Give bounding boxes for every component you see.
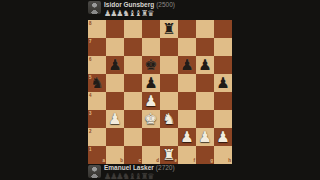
piece-black-knight: ♞: [88, 74, 106, 92]
piece-black-pawn: ♟: [106, 56, 124, 74]
chess-board: 8♜76♟♚♟♟5♞♟♟4♟3♟♚♞2♟♟♟1abcde♜fgh: [88, 20, 232, 164]
square-d4[interactable]: ♟: [142, 92, 160, 110]
piece-black-pawn: ♟: [196, 56, 214, 74]
square-c1[interactable]: c: [124, 146, 142, 164]
square-a5[interactable]: 5♞: [88, 74, 106, 92]
piece-white-pawn: ♟: [178, 128, 196, 146]
captured-white-queen-icon: ♛: [147, 9, 153, 18]
piece-white-rook: ♜: [160, 146, 178, 164]
captured-black-queen-icon: ♛: [147, 172, 153, 180]
file-label-d: d: [156, 158, 159, 163]
square-f5[interactable]: [178, 74, 196, 92]
square-g3[interactable]: [196, 110, 214, 128]
piece-black-pawn: ♟: [214, 74, 232, 92]
player-top: Isidor Gunsberg(2500) ♟♟♟♞♝♝♜♛: [88, 1, 232, 19]
square-b3[interactable]: ♟: [106, 110, 124, 128]
player-top-name: Isidor Gunsberg: [104, 1, 154, 8]
file-label-f: f: [194, 158, 196, 163]
square-b5[interactable]: [106, 74, 124, 92]
square-g2[interactable]: ♟: [196, 128, 214, 146]
square-c8[interactable]: [124, 20, 142, 38]
square-e8[interactable]: ♜: [160, 20, 178, 38]
piece-black-king: ♚: [142, 56, 160, 74]
square-f7[interactable]: [178, 38, 196, 56]
file-label-a: a: [102, 158, 105, 163]
square-b2[interactable]: [106, 128, 124, 146]
square-d5[interactable]: ♟: [142, 74, 160, 92]
piece-white-knight: ♞: [160, 110, 178, 128]
square-g4[interactable]: [196, 92, 214, 110]
square-h2[interactable]: ♟: [214, 128, 232, 146]
square-f1[interactable]: f: [178, 146, 196, 164]
player-top-rating: (2500): [156, 1, 175, 8]
square-g8[interactable]: [196, 20, 214, 38]
square-f8[interactable]: [178, 20, 196, 38]
square-e4[interactable]: [160, 92, 178, 110]
screenshot-root: Isidor Gunsberg(2500) ♟♟♟♞♝♝♜♛ 8♜76♟♚♟♟5…: [0, 0, 320, 180]
square-c4[interactable]: [124, 92, 142, 110]
piece-black-pawn: ♟: [142, 74, 160, 92]
rank-label-3: 3: [89, 111, 92, 116]
piece-white-pawn: ♟: [106, 110, 124, 128]
square-h6[interactable]: [214, 56, 232, 74]
square-h4[interactable]: [214, 92, 232, 110]
rank-label-7: 7: [89, 39, 92, 44]
square-g6[interactable]: ♟: [196, 56, 214, 74]
square-a3[interactable]: 3: [88, 110, 106, 128]
square-h3[interactable]: [214, 110, 232, 128]
square-e6[interactable]: [160, 56, 178, 74]
square-h7[interactable]: [214, 38, 232, 56]
square-b7[interactable]: [106, 38, 124, 56]
square-d7[interactable]: [142, 38, 160, 56]
square-b6[interactable]: ♟: [106, 56, 124, 74]
square-a6[interactable]: 6: [88, 56, 106, 74]
square-a4[interactable]: 4: [88, 92, 106, 110]
rank-label-6: 6: [89, 57, 92, 62]
square-g1[interactable]: g: [196, 146, 214, 164]
square-a8[interactable]: 8: [88, 20, 106, 38]
square-h8[interactable]: [214, 20, 232, 38]
square-d3[interactable]: ♚: [142, 110, 160, 128]
square-e3[interactable]: ♞: [160, 110, 178, 128]
square-f4[interactable]: [178, 92, 196, 110]
rank-label-1: 1: [89, 147, 92, 152]
piece-black-pawn: ♟: [178, 56, 196, 74]
piece-white-king: ♚: [142, 110, 160, 128]
piece-white-pawn: ♟: [142, 92, 160, 110]
rank-label-4: 4: [89, 93, 92, 98]
square-d6[interactable]: ♚: [142, 56, 160, 74]
square-e7[interactable]: [160, 38, 178, 56]
rank-label-8: 8: [89, 21, 92, 26]
square-e2[interactable]: [160, 128, 178, 146]
piece-white-pawn: ♟: [214, 128, 232, 146]
square-a2[interactable]: 2: [88, 128, 106, 146]
square-h5[interactable]: ♟: [214, 74, 232, 92]
file-label-g: g: [210, 158, 213, 163]
piece-white-pawn: ♟: [196, 128, 214, 146]
square-d8[interactable]: [142, 20, 160, 38]
square-f2[interactable]: ♟: [178, 128, 196, 146]
file-label-c: c: [138, 158, 141, 163]
square-b8[interactable]: [106, 20, 124, 38]
square-b1[interactable]: b: [106, 146, 124, 164]
rank-label-2: 2: [89, 129, 92, 134]
square-c3[interactable]: [124, 110, 142, 128]
square-d1[interactable]: d: [142, 146, 160, 164]
square-a7[interactable]: 7: [88, 38, 106, 56]
player-bottom-rating: (2720): [156, 164, 175, 171]
square-g5[interactable]: [196, 74, 214, 92]
captured-pieces-top: ♟♟♟♞♝♝♜♛: [104, 10, 175, 18]
file-label-b: b: [120, 158, 123, 163]
square-f3[interactable]: [178, 110, 196, 128]
square-c5[interactable]: [124, 74, 142, 92]
file-label-h: h: [228, 158, 231, 163]
player-bottom-name: Emanuel Lasker: [104, 164, 154, 171]
player-top-avatar: [88, 1, 101, 14]
square-e1[interactable]: e♜: [160, 146, 178, 164]
square-d2[interactable]: [142, 128, 160, 146]
square-c2[interactable]: [124, 128, 142, 146]
square-h1[interactable]: h: [214, 146, 232, 164]
player-bottom: Emanuel Lasker(2720) ♟♟♟♞♝♝♜♛: [88, 164, 232, 180]
square-c7[interactable]: [124, 38, 142, 56]
piece-black-rook: ♜: [160, 20, 178, 38]
square-a1[interactable]: 1a: [88, 146, 106, 164]
square-g7[interactable]: [196, 38, 214, 56]
file-label-e: e: [174, 158, 177, 163]
rank-label-5: 5: [89, 75, 92, 80]
square-e5[interactable]: [160, 74, 178, 92]
square-f6[interactable]: ♟: [178, 56, 196, 74]
square-b4[interactable]: [106, 92, 124, 110]
square-c6[interactable]: [124, 56, 142, 74]
captured-pieces-bottom: ♟♟♟♞♝♝♜♛: [104, 173, 175, 180]
player-bottom-avatar: [88, 165, 101, 178]
